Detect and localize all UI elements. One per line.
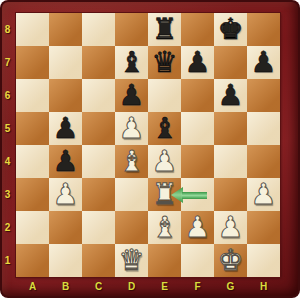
- square-g7[interactable]: [214, 46, 247, 79]
- square-e2[interactable]: ♝: [148, 211, 181, 244]
- black-pawn[interactable]: ♟: [49, 112, 82, 145]
- square-f6[interactable]: [181, 79, 214, 112]
- white-king[interactable]: ♚: [214, 244, 247, 277]
- rank-label-6: 6: [0, 79, 15, 112]
- square-h6[interactable]: [247, 79, 280, 112]
- square-b8[interactable]: [49, 13, 82, 46]
- black-pawn[interactable]: ♟: [115, 79, 148, 112]
- square-a1[interactable]: [16, 244, 49, 277]
- white-pawn[interactable]: ♟: [115, 112, 148, 145]
- square-c1[interactable]: [82, 244, 115, 277]
- black-bishop[interactable]: ♝: [115, 46, 148, 79]
- square-c7[interactable]: [82, 46, 115, 79]
- square-d2[interactable]: [115, 211, 148, 244]
- square-e6[interactable]: [148, 79, 181, 112]
- white-pawn[interactable]: ♟: [214, 211, 247, 244]
- square-g1[interactable]: ♚: [214, 244, 247, 277]
- square-g5[interactable]: [214, 112, 247, 145]
- square-a8[interactable]: [16, 13, 49, 46]
- file-labels: ABCDEFGH: [16, 277, 280, 298]
- square-f2[interactable]: ♟: [181, 211, 214, 244]
- square-f7[interactable]: ♟: [181, 46, 214, 79]
- white-pawn[interactable]: ♟: [148, 145, 181, 178]
- file-label-d: D: [115, 277, 148, 298]
- square-h4[interactable]: [247, 145, 280, 178]
- black-pawn[interactable]: ♟: [214, 79, 247, 112]
- square-b4[interactable]: ♟: [49, 145, 82, 178]
- file-label-e: E: [148, 277, 181, 298]
- square-b1[interactable]: [49, 244, 82, 277]
- white-pawn[interactable]: ♟: [181, 211, 214, 244]
- square-g8[interactable]: ♚: [214, 13, 247, 46]
- rank-label-8: 8: [0, 13, 15, 46]
- square-b3[interactable]: ♟: [49, 178, 82, 211]
- square-c3[interactable]: [82, 178, 115, 211]
- square-e7[interactable]: ♛: [148, 46, 181, 79]
- square-e4[interactable]: ♟: [148, 145, 181, 178]
- square-d5[interactable]: ♟: [115, 112, 148, 145]
- square-a6[interactable]: [16, 79, 49, 112]
- black-pawn[interactable]: ♟: [247, 46, 280, 79]
- square-h7[interactable]: ♟: [247, 46, 280, 79]
- square-g2[interactable]: ♟: [214, 211, 247, 244]
- square-b2[interactable]: [49, 211, 82, 244]
- white-pawn[interactable]: ♟: [247, 178, 280, 211]
- file-label-g: G: [214, 277, 247, 298]
- rank-label-5: 5: [0, 112, 15, 145]
- square-g6[interactable]: ♟: [214, 79, 247, 112]
- square-c2[interactable]: [82, 211, 115, 244]
- square-f1[interactable]: [181, 244, 214, 277]
- square-b6[interactable]: [49, 79, 82, 112]
- square-g3[interactable]: [214, 178, 247, 211]
- move-arrow: [171, 187, 207, 203]
- file-label-f: F: [181, 277, 214, 298]
- square-e5[interactable]: ♝: [148, 112, 181, 145]
- white-pawn[interactable]: ♟: [49, 178, 82, 211]
- black-pawn[interactable]: ♟: [181, 46, 214, 79]
- square-e1[interactable]: [148, 244, 181, 277]
- arrow-shaft: [182, 192, 207, 199]
- square-d1[interactable]: ♛: [115, 244, 148, 277]
- black-bishop[interactable]: ♝: [148, 112, 181, 145]
- black-pawn[interactable]: ♟: [49, 145, 82, 178]
- rank-label-7: 7: [0, 46, 15, 79]
- square-c6[interactable]: [82, 79, 115, 112]
- square-c5[interactable]: [82, 112, 115, 145]
- square-d4[interactable]: ♝: [115, 145, 148, 178]
- file-label-c: C: [82, 277, 115, 298]
- square-f8[interactable]: [181, 13, 214, 46]
- black-king[interactable]: ♚: [214, 13, 247, 46]
- black-queen[interactable]: ♛: [148, 46, 181, 79]
- square-e8[interactable]: ♜: [148, 13, 181, 46]
- square-a7[interactable]: [16, 46, 49, 79]
- rank-label-3: 3: [0, 178, 15, 211]
- white-queen[interactable]: ♛: [115, 244, 148, 277]
- square-a5[interactable]: [16, 112, 49, 145]
- rank-label-1: 1: [0, 244, 15, 277]
- chess-board-frame: 87654321 ABCDEFGH ♜♚♝♛♟♟♟♟♟♟♝♟♝♟♟♜♟♝♟♟♛♚: [0, 0, 300, 298]
- square-h5[interactable]: [247, 112, 280, 145]
- square-h3[interactable]: ♟: [247, 178, 280, 211]
- rank-label-2: 2: [0, 211, 15, 244]
- square-d6[interactable]: ♟: [115, 79, 148, 112]
- square-d3[interactable]: [115, 178, 148, 211]
- rank-labels: 87654321: [0, 13, 15, 277]
- file-label-a: A: [16, 277, 49, 298]
- square-b7[interactable]: [49, 46, 82, 79]
- file-label-h: H: [247, 277, 280, 298]
- chess-board[interactable]: ♜♚♝♛♟♟♟♟♟♟♝♟♝♟♟♜♟♝♟♟♛♚: [16, 13, 280, 277]
- square-d7[interactable]: ♝: [115, 46, 148, 79]
- square-c4[interactable]: [82, 145, 115, 178]
- white-bishop[interactable]: ♝: [148, 211, 181, 244]
- white-bishop[interactable]: ♝: [115, 145, 148, 178]
- square-a2[interactable]: [16, 211, 49, 244]
- square-b5[interactable]: ♟: [49, 112, 82, 145]
- square-a4[interactable]: [16, 145, 49, 178]
- square-h8[interactable]: [247, 13, 280, 46]
- square-f5[interactable]: [181, 112, 214, 145]
- rank-label-4: 4: [0, 145, 15, 178]
- square-h2[interactable]: [247, 211, 280, 244]
- square-h1[interactable]: [247, 244, 280, 277]
- black-rook[interactable]: ♜: [148, 13, 181, 46]
- square-d8[interactable]: [115, 13, 148, 46]
- file-label-b: B: [49, 277, 82, 298]
- square-c8[interactable]: [82, 13, 115, 46]
- square-a3[interactable]: [16, 178, 49, 211]
- square-f4[interactable]: [181, 145, 214, 178]
- square-g4[interactable]: [214, 145, 247, 178]
